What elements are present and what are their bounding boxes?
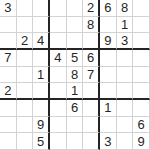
sudoku-cell-r7c6[interactable] — [83, 100, 100, 117]
sudoku-cell-r7c5[interactable]: 6 — [67, 100, 84, 117]
sudoku-cell-r8c4[interactable] — [50, 117, 67, 134]
sudoku-cell-r8c2[interactable] — [17, 117, 34, 134]
sudoku-cell-r4c1[interactable]: 7 — [0, 50, 17, 67]
sudoku-cell-r9c6[interactable] — [83, 133, 100, 150]
sudoku-cell-r5c5[interactable]: 8 — [67, 67, 84, 84]
sudoku-cell-r7c2[interactable] — [17, 100, 34, 117]
sudoku-cell-r6c3[interactable] — [33, 83, 50, 100]
sudoku-cell-r3c5[interactable] — [67, 33, 84, 50]
sudoku-cell-r1c1[interactable]: 3 — [0, 0, 17, 17]
sudoku-cell-r8c8[interactable] — [117, 117, 134, 134]
sudoku-cell-r3c2[interactable]: 2 — [17, 33, 34, 50]
sudoku-cell-r3c8[interactable]: 3 — [117, 33, 134, 50]
sudoku-cell-r6c8[interactable] — [117, 83, 134, 100]
sudoku-cell-r4c4[interactable]: 4 — [50, 50, 67, 67]
sudoku-cell-r8c1[interactable] — [0, 117, 17, 134]
sudoku-cell-r2c8[interactable]: 1 — [117, 17, 134, 34]
sudoku-cell-r5c4[interactable] — [50, 67, 67, 84]
sudoku-cell-r1c3[interactable] — [33, 0, 50, 17]
sudoku-cell-r4c3[interactable] — [33, 50, 50, 67]
sudoku-cell-r6c4[interactable] — [50, 83, 67, 100]
sudoku-cell-r9c4[interactable] — [50, 133, 67, 150]
sudoku-cell-r7c8[interactable] — [117, 100, 134, 117]
sudoku-cell-r5c3[interactable]: 1 — [33, 67, 50, 84]
sudoku-cell-r4c9[interactable] — [133, 50, 150, 67]
sudoku-cell-r8c3[interactable]: 9 — [33, 117, 50, 134]
sudoku-cell-r4c2[interactable] — [17, 50, 34, 67]
sudoku-board: 32688124937456187216196539 — [0, 0, 150, 150]
sudoku-cell-r1c6[interactable]: 2 — [83, 0, 100, 17]
sudoku-cell-r6c6[interactable] — [83, 83, 100, 100]
sudoku-cell-r5c2[interactable] — [17, 67, 34, 84]
sudoku-cell-r7c3[interactable] — [33, 100, 50, 117]
sudoku-cell-r2c2[interactable] — [17, 17, 34, 34]
sudoku-cell-r9c7[interactable]: 3 — [100, 133, 117, 150]
sudoku-cell-r4c7[interactable] — [100, 50, 117, 67]
sudoku-cell-r9c9[interactable]: 9 — [133, 133, 150, 150]
sudoku-cell-r2c6[interactable]: 8 — [83, 17, 100, 34]
sudoku-cell-r2c7[interactable] — [100, 17, 117, 34]
sudoku-cell-r9c1[interactable] — [0, 133, 17, 150]
sudoku-cell-r1c8[interactable]: 8 — [117, 0, 134, 17]
sudoku-cell-r6c2[interactable] — [17, 83, 34, 100]
sudoku-cell-r6c5[interactable]: 1 — [67, 83, 84, 100]
sudoku-cell-r9c2[interactable] — [17, 133, 34, 150]
sudoku-cell-r6c1[interactable]: 2 — [0, 83, 17, 100]
sudoku-cell-r1c4[interactable] — [50, 0, 67, 17]
sudoku-cell-r2c9[interactable] — [133, 17, 150, 34]
sudoku-cell-r1c7[interactable]: 6 — [100, 0, 117, 17]
sudoku-cell-r7c1[interactable] — [0, 100, 17, 117]
sudoku-cell-r8c5[interactable] — [67, 117, 84, 134]
sudoku-cell-r1c5[interactable] — [67, 0, 84, 17]
sudoku-cell-r5c6[interactable]: 7 — [83, 67, 100, 84]
sudoku-cell-r3c9[interactable] — [133, 33, 150, 50]
sudoku-cell-r4c5[interactable]: 5 — [67, 50, 84, 67]
sudoku-cell-r9c3[interactable]: 5 — [33, 133, 50, 150]
sudoku-cell-r8c6[interactable] — [83, 117, 100, 134]
sudoku-cell-r3c4[interactable] — [50, 33, 67, 50]
sudoku-cell-r7c7[interactable]: 1 — [100, 100, 117, 117]
sudoku-cell-r3c6[interactable] — [83, 33, 100, 50]
sudoku-cell-r1c9[interactable] — [133, 0, 150, 17]
sudoku-cell-r2c1[interactable] — [0, 17, 17, 34]
sudoku-cell-r5c8[interactable] — [117, 67, 134, 84]
sudoku-cell-r5c9[interactable] — [133, 67, 150, 84]
sudoku-cell-r8c7[interactable] — [100, 117, 117, 134]
sudoku-cell-r3c7[interactable]: 9 — [100, 33, 117, 50]
sudoku-cell-r8c9[interactable]: 6 — [133, 117, 150, 134]
sudoku-cell-r2c4[interactable] — [50, 17, 67, 34]
sudoku-cell-r9c8[interactable] — [117, 133, 134, 150]
sudoku-cell-r3c1[interactable] — [0, 33, 17, 50]
sudoku-cell-r9c5[interactable] — [67, 133, 84, 150]
sudoku-cell-r7c9[interactable] — [133, 100, 150, 117]
sudoku-cell-r5c7[interactable] — [100, 67, 117, 84]
sudoku-cell-r4c6[interactable]: 6 — [83, 50, 100, 67]
sudoku-cell-r3c3[interactable]: 4 — [33, 33, 50, 50]
sudoku-cell-r4c8[interactable] — [117, 50, 134, 67]
sudoku-cell-r6c9[interactable] — [133, 83, 150, 100]
sudoku-cell-r7c4[interactable] — [50, 100, 67, 117]
sudoku-cell-r5c1[interactable] — [0, 67, 17, 84]
sudoku-cell-r2c3[interactable] — [33, 17, 50, 34]
sudoku-cell-r1c2[interactable] — [17, 0, 34, 17]
sudoku-cell-r6c7[interactable] — [100, 83, 117, 100]
sudoku-cell-r2c5[interactable] — [67, 17, 84, 34]
